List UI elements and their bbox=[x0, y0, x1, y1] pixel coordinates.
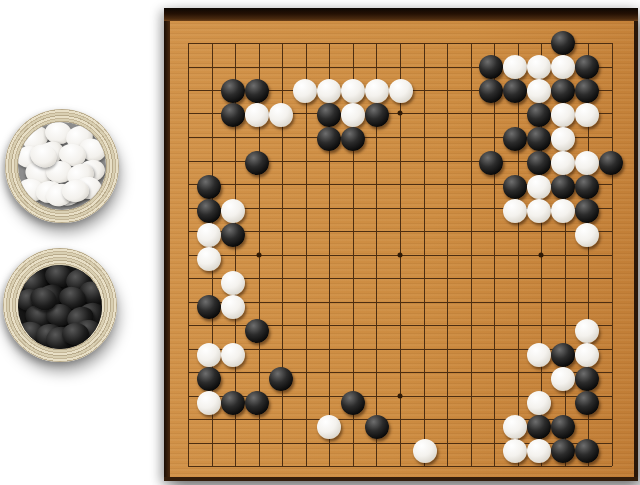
stone-black bbox=[479, 79, 503, 103]
black-stone-bowl bbox=[3, 248, 117, 362]
stone-white bbox=[317, 79, 341, 103]
stone-white bbox=[575, 343, 599, 367]
stone-white bbox=[365, 79, 389, 103]
black-stone-pile bbox=[18, 265, 102, 349]
stone-white bbox=[221, 295, 245, 319]
stone-black bbox=[551, 175, 575, 199]
stone-white bbox=[527, 343, 551, 367]
stone-black bbox=[575, 55, 599, 79]
stone-white bbox=[551, 55, 575, 79]
stone-black bbox=[197, 295, 221, 319]
stone-black bbox=[575, 439, 599, 463]
stone-black bbox=[317, 103, 341, 127]
stone-white bbox=[527, 79, 551, 103]
stone-white bbox=[527, 439, 551, 463]
white-stone-bowl bbox=[5, 109, 119, 223]
stone-white bbox=[575, 151, 599, 175]
stone-black bbox=[317, 127, 341, 151]
stone-white bbox=[341, 79, 365, 103]
stone-black bbox=[245, 391, 269, 415]
stone-black bbox=[221, 223, 245, 247]
stone-white bbox=[197, 247, 221, 271]
stone-white bbox=[245, 103, 269, 127]
stone-white bbox=[551, 199, 575, 223]
stone-black bbox=[527, 151, 551, 175]
board-top-edge bbox=[164, 8, 638, 21]
stone-black bbox=[245, 79, 269, 103]
stone-black bbox=[527, 127, 551, 151]
board-stones-grid[interactable] bbox=[176, 31, 623, 477]
stone-white bbox=[575, 319, 599, 343]
stone-black bbox=[221, 103, 245, 127]
stone-white bbox=[551, 151, 575, 175]
stone-black bbox=[197, 175, 221, 199]
stone-black bbox=[551, 343, 575, 367]
stone-black bbox=[551, 415, 575, 439]
stone-white bbox=[551, 103, 575, 127]
white-stone-pile bbox=[18, 122, 106, 210]
stone-black bbox=[551, 31, 575, 55]
stone-black bbox=[527, 415, 551, 439]
stone-white bbox=[197, 223, 221, 247]
stone-white bbox=[317, 415, 341, 439]
stone-black bbox=[245, 319, 269, 343]
go-board[interactable] bbox=[164, 8, 638, 481]
stone-white bbox=[221, 343, 245, 367]
stone-black bbox=[599, 151, 623, 175]
stone-black bbox=[365, 103, 389, 127]
bowl-stone bbox=[62, 180, 89, 202]
page: { "game": { "name": "go", "title": "Go b… bbox=[0, 0, 640, 485]
stone-white bbox=[575, 223, 599, 247]
stone-black bbox=[575, 79, 599, 103]
stone-black bbox=[575, 391, 599, 415]
stone-black bbox=[365, 415, 389, 439]
stone-black bbox=[341, 127, 365, 151]
stone-black bbox=[479, 55, 503, 79]
stone-white bbox=[413, 439, 437, 463]
stone-black bbox=[575, 175, 599, 199]
stone-white bbox=[575, 103, 599, 127]
stone-black bbox=[503, 79, 527, 103]
bowl-stone bbox=[62, 323, 89, 345]
stone-white bbox=[197, 391, 221, 415]
stone-white bbox=[503, 415, 527, 439]
stone-white bbox=[221, 271, 245, 295]
stone-black bbox=[575, 199, 599, 223]
stone-black bbox=[503, 175, 527, 199]
stone-white bbox=[389, 79, 413, 103]
stone-black bbox=[479, 151, 503, 175]
stone-white bbox=[527, 199, 551, 223]
board-bottom-edge bbox=[164, 477, 638, 481]
stone-white bbox=[527, 175, 551, 199]
stone-white bbox=[269, 103, 293, 127]
stone-white bbox=[503, 55, 527, 79]
stone-black bbox=[527, 103, 551, 127]
board-left-edge bbox=[164, 21, 170, 481]
stone-black bbox=[197, 367, 221, 391]
stone-black bbox=[245, 151, 269, 175]
stone-black bbox=[221, 79, 245, 103]
stone-black bbox=[551, 439, 575, 463]
stone-white bbox=[221, 199, 245, 223]
stone-white bbox=[341, 103, 365, 127]
stone-white bbox=[551, 367, 575, 391]
stone-black bbox=[197, 199, 221, 223]
stone-white bbox=[527, 55, 551, 79]
stone-white bbox=[503, 439, 527, 463]
board-right-edge bbox=[634, 21, 638, 481]
stone-black bbox=[503, 127, 527, 151]
stone-black bbox=[221, 391, 245, 415]
stone-black bbox=[551, 79, 575, 103]
stone-white bbox=[551, 127, 575, 151]
stone-black bbox=[575, 367, 599, 391]
stone-white bbox=[527, 391, 551, 415]
stone-white bbox=[503, 199, 527, 223]
stone-white bbox=[197, 343, 221, 367]
stone-black bbox=[269, 367, 293, 391]
stone-black bbox=[341, 391, 365, 415]
stone-white bbox=[293, 79, 317, 103]
